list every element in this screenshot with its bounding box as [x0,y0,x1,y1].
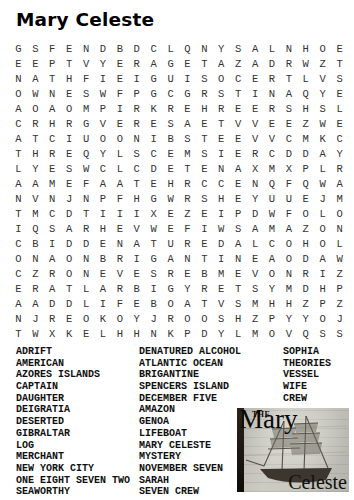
grid-cell: R [128,56,145,71]
grid-cell: R [44,146,61,161]
grid-cell: W [78,161,95,176]
grid-cell: K [61,326,78,341]
grid-cell: E [111,221,128,236]
grid-cell: N [280,41,297,56]
grid-cell: M [263,221,280,236]
grid-cell: Y [280,311,297,326]
grid-cell: S [213,86,230,101]
grid-cell: N [78,251,95,266]
grid-cell: J [145,311,162,326]
grid-cell: V [247,266,264,281]
grid-cell: L [297,71,314,86]
grid-cell: A [247,221,264,236]
grid-cell: W [145,221,162,236]
grid-cell: L [331,101,348,116]
grid-cell: O [27,101,44,116]
grid-cell: T [331,56,348,71]
grid-cell: M [297,131,314,146]
grid-cell: O [10,86,27,101]
grid-cell: R [179,236,196,251]
grid-cell: O [111,131,128,146]
grid-cell: T [10,146,27,161]
grid-cell: D [78,236,95,251]
grid-cell: E [331,86,348,101]
grid-cell: O [314,221,331,236]
grid-cell: T [196,296,213,311]
grid-cell: E [213,131,230,146]
grid-cell: E [230,191,247,206]
grid-cell: A [10,296,27,311]
grid-cell: H [280,296,297,311]
grid-cell: T [179,161,196,176]
grid-cell: P [297,161,314,176]
grid-cell: A [128,236,145,251]
grid-cell: A [331,176,348,191]
grid-cell: Y [213,41,230,56]
grid-cell: B [111,41,128,56]
letter-grid: GSFENDBDCLQNYSALNHOEEEPTVYERAGETAZADRWZT… [10,41,348,341]
grid-cell: P [94,101,111,116]
grid-cell: R [78,221,95,236]
grid-cell: D [44,296,61,311]
grid-cell: R [196,86,213,101]
grid-cell: M [247,296,264,311]
grid-cell: I [111,101,128,116]
grid-cell: E [331,116,348,131]
grid-cell: D [128,41,145,56]
grid-cell: R [179,176,196,191]
grid-cell: T [61,56,78,71]
grid-cell: C [196,176,213,191]
grid-cell: O [162,296,179,311]
grid-cell: Z [230,56,247,71]
grid-cell: D [297,281,314,296]
grid-cell: C [44,206,61,221]
grid-cell: F [179,221,196,236]
word-item: VESSEL [283,369,331,381]
grid-cell: N [145,326,162,341]
word-item: DESERTED [16,416,130,428]
grid-cell: S [196,191,213,206]
grid-cell: N [280,266,297,281]
grid-cell: V [78,56,95,71]
grid-cell: Y [94,146,111,161]
word-item: SEAWORTHY [16,486,130,498]
grid-cell: H [314,281,331,296]
word-item: SARAH [139,475,241,487]
grid-cell: C [145,41,162,56]
grid-cell: B [94,251,111,266]
grid-cell: O [213,71,230,86]
grid-cell: S [196,71,213,86]
word-item: ONE EIGHT SEVEN TWO [16,475,130,487]
grid-cell: R [162,311,179,326]
grid-cell: N [213,161,230,176]
grid-cell: E [128,266,145,281]
grid-cell: A [213,56,230,71]
grid-cell: R [331,161,348,176]
grid-cell: A [44,251,61,266]
word-list-column-2: DENATURED ALCOHOLATLANTIC OCEANBRIGANTIN… [139,346,241,498]
grid-cell: C [10,266,27,281]
grid-cell: H [162,176,179,191]
grid-cell: N [27,251,44,266]
grid-cell: I [10,221,27,236]
grid-cell: E [145,176,162,191]
grid-cell: I [213,206,230,221]
grid-cell: W [27,86,44,101]
grid-cell: V [263,131,280,146]
grid-cell: O [10,251,27,266]
word-item: MARY CELESTE [139,440,241,452]
grid-cell: D [280,146,297,161]
grid-cell: H [213,191,230,206]
grid-cell: O [331,206,348,221]
grid-cell: R [162,101,179,116]
grid-cell: N [230,251,247,266]
grid-cell: L [78,296,95,311]
grid-cell: I [179,71,196,86]
grid-cell: G [10,41,27,56]
grid-cell: E [297,191,314,206]
grid-cell: A [280,221,297,236]
word-item: DEIGRATIA [16,404,130,416]
grid-cell: R [111,251,128,266]
word-item: NOVEMBER SEVEN [139,463,241,475]
grid-cell: R [280,56,297,71]
grid-cell: M [280,281,297,296]
grid-cell: Y [94,56,111,71]
grid-cell: I [145,281,162,296]
grid-cell: A [27,71,44,86]
grid-cell: N [179,251,196,266]
grid-cell: E [145,116,162,131]
grid-cell: E [230,146,247,161]
grid-cell: D [61,236,78,251]
grid-cell: M [213,266,230,281]
grid-cell: H [27,146,44,161]
grid-cell: O [280,251,297,266]
grid-cell: D [61,296,78,311]
grid-cell: C [263,146,280,161]
grid-cell: T [230,86,247,101]
grid-cell: E [94,266,111,281]
grid-cell: C [10,116,27,131]
grid-cell: W [297,56,314,71]
grid-cell: M [44,176,61,191]
grid-cell: O [78,311,95,326]
grid-cell: S [61,161,78,176]
grid-cell: E [44,161,61,176]
grid-cell: S [247,281,264,296]
grid-cell: S [162,116,179,131]
grid-cell: P [179,326,196,341]
grid-cell: A [280,86,297,101]
word-item: WIFE [283,381,331,393]
grid-cell: P [94,191,111,206]
grid-cell: O [297,206,314,221]
word-item: THEORIES [283,358,331,370]
grid-cell: Z [331,266,348,281]
grid-cell: E [247,71,264,86]
grid-cell: D [196,326,213,341]
grid-cell: U [162,71,179,86]
grid-cell: I [128,71,145,86]
grid-cell: S [196,146,213,161]
grid-cell: A [27,176,44,191]
grid-cell: R [297,266,314,281]
grid-cell: E [162,161,179,176]
grid-cell: J [61,191,78,206]
grid-cell: Z [297,116,314,131]
grid-cell: S [230,296,247,311]
grid-cell: R [44,311,61,326]
grid-cell: E [162,221,179,236]
word-item: GIBRALTAR [16,428,130,440]
grid-cell: T [10,206,27,221]
grid-cell: V [230,116,247,131]
grid-cell: E [10,281,27,296]
grid-cell: C [230,71,247,86]
grid-cell: W [314,116,331,131]
grid-cell: C [145,146,162,161]
grid-cell: M [331,191,348,206]
grid-cell: E [162,206,179,221]
grid-cell: B [162,131,179,146]
grid-cell: S [145,266,162,281]
grid-cell: E [179,56,196,71]
grid-cell: N [196,41,213,56]
grid-cell: Q [297,86,314,101]
grid-cell: L [111,146,128,161]
grid-cell: A [111,176,128,191]
grid-cell: L [94,326,111,341]
grid-cell: E [247,251,264,266]
grid-cell: R [128,116,145,131]
grid-cell: E [331,41,348,56]
grid-cell: V [280,326,297,341]
grid-cell: P [128,86,145,101]
grid-cell: E [128,296,145,311]
grid-cell: I [94,206,111,221]
grid-cell: L [230,326,247,341]
grid-cell: E [179,266,196,281]
grid-cell: I [94,296,111,311]
grid-cell: I [196,221,213,236]
word-item: BRIGANTINE [139,369,241,381]
grid-cell: O [196,311,213,326]
grid-cell: A [179,116,196,131]
grid-cell: K [94,311,111,326]
grid-cell: E [196,206,213,221]
grid-cell: S [230,221,247,236]
grid-cell: T [196,131,213,146]
grid-cell: I [128,206,145,221]
grid-cell: J [314,191,331,206]
grid-cell: W [213,221,230,236]
grid-cell: K [162,326,179,341]
grid-cell: L [162,41,179,56]
grid-cell: P [314,296,331,311]
grid-cell: U [280,191,297,206]
grid-cell: N [111,236,128,251]
grid-cell: P [230,206,247,221]
grid-cell: M [78,101,95,116]
grid-cell: T [280,71,297,86]
grid-cell: H [128,326,145,341]
grid-cell: E [196,161,213,176]
grid-cell: F [44,41,61,56]
grid-cell: U [78,131,95,146]
grid-cell: E [10,56,27,71]
grid-cell: E [111,71,128,86]
grid-cell: L [331,236,348,251]
grid-cell: C [10,236,27,251]
grid-cell: D [297,146,314,161]
grid-cell: E [179,101,196,116]
grid-cell: R [44,266,61,281]
grid-cell: T [44,71,61,86]
grid-cell: O [61,266,78,281]
grid-cell: I [94,71,111,86]
grid-cell: A [10,176,27,191]
grid-cell: N [10,191,27,206]
grid-cell: C [44,131,61,146]
grid-cell: Q [297,176,314,191]
grid-cell: I [145,131,162,146]
grid-cell: V [27,191,44,206]
grid-cell: A [94,281,111,296]
grid-cell: N [10,311,27,326]
grid-cell: G [145,191,162,206]
grid-cell: D [145,161,162,176]
word-item: CREW [283,393,331,405]
grid-cell: O [111,311,128,326]
grid-cell: P [263,311,280,326]
grid-cell: C [213,176,230,191]
word-list-column-1: ADRIFTAMERICANAZORES ISLANDSCAPTAINDAUGH… [16,346,130,498]
grid-cell: D [247,206,264,221]
grid-cell: O [179,311,196,326]
grid-cell: T [10,326,27,341]
grid-cell: I [247,86,264,101]
grid-cell: R [61,116,78,131]
grid-cell: O [61,101,78,116]
grid-cell: A [94,176,111,191]
grid-cell: Y [27,161,44,176]
grid-cell: S [331,326,348,341]
word-list-column-3: SOPHIATHEORIESVESSELWIFECREW [283,346,331,404]
grid-cell: Z [314,56,331,71]
word-item: ADRIFT [16,346,130,358]
word-item: GENOA [139,416,241,428]
grid-cell: L [314,161,331,176]
grid-cell: V [314,71,331,86]
grid-cell: R [213,101,230,116]
grid-cell: A [230,161,247,176]
word-item: DECEMBER FIVE [139,393,241,405]
grid-cell: K [314,131,331,146]
word-item: MERCHANT [16,451,130,463]
grid-cell: X [247,161,264,176]
grid-cell: R [179,191,196,206]
grid-cell: Z [179,206,196,221]
grid-cell: E [230,176,247,191]
grid-cell: O [263,266,280,281]
grid-cell: C [280,131,297,146]
grid-cell: Q [27,221,44,236]
grid-cell: E [61,311,78,326]
grid-cell: B [145,296,162,311]
grid-cell: B [196,266,213,281]
grid-cell: C [331,131,348,146]
grid-cell: H [94,221,111,236]
grid-cell: Q [78,146,95,161]
grid-cell: E [230,131,247,146]
grid-cell: F [78,71,95,86]
word-item: LOG [16,440,130,452]
grid-cell: M [27,206,44,221]
grid-cell: G [145,86,162,101]
grid-cell: G [162,56,179,71]
grid-cell: A [145,56,162,71]
grid-cell: E [61,41,78,56]
grid-cell: D [94,41,111,56]
grid-cell: Y [179,281,196,296]
grid-cell: S [230,41,247,56]
cover-title-celeste: Celeste [288,472,347,492]
grid-cell: I [128,251,145,266]
grid-cell: D [263,56,280,71]
grid-cell: Y [297,311,314,326]
grid-cell: F [280,206,297,221]
grid-cell: H [128,191,145,206]
grid-cell: L [263,41,280,56]
grid-cell: Y [314,86,331,101]
word-item: SPENCERS ISLAND [139,381,241,393]
grid-cell: T [230,281,247,296]
grid-cell: I [314,266,331,281]
grid-cell: A [10,131,27,146]
word-item: AMERICAN [16,358,130,370]
grid-cell: A [44,101,61,116]
grid-cell: R [263,71,280,86]
grid-cell: H [44,116,61,131]
grid-cell: W [314,176,331,191]
grid-cell: L [10,161,27,176]
grid-cell: H [196,101,213,116]
grid-cell: O [314,41,331,56]
grid-cell: R [27,116,44,131]
grid-cell: G [145,71,162,86]
grid-cell: M [263,161,280,176]
grid-cell: K [145,101,162,116]
grid-cell: E [196,116,213,131]
grid-cell: J [27,311,44,326]
word-item: MYSTERY [139,451,241,463]
grid-cell: L [111,161,128,176]
grid-cell: S [280,101,297,116]
grid-cell: U [162,236,179,251]
grid-cell: F [111,296,128,311]
grid-cell: V [247,131,264,146]
grid-cell: N [44,86,61,101]
grid-cell: Y [213,326,230,341]
grid-cell: H [61,71,78,86]
grid-cell: V [247,116,264,131]
grid-cell: H [230,311,247,326]
grid-cell: Z [297,296,314,311]
